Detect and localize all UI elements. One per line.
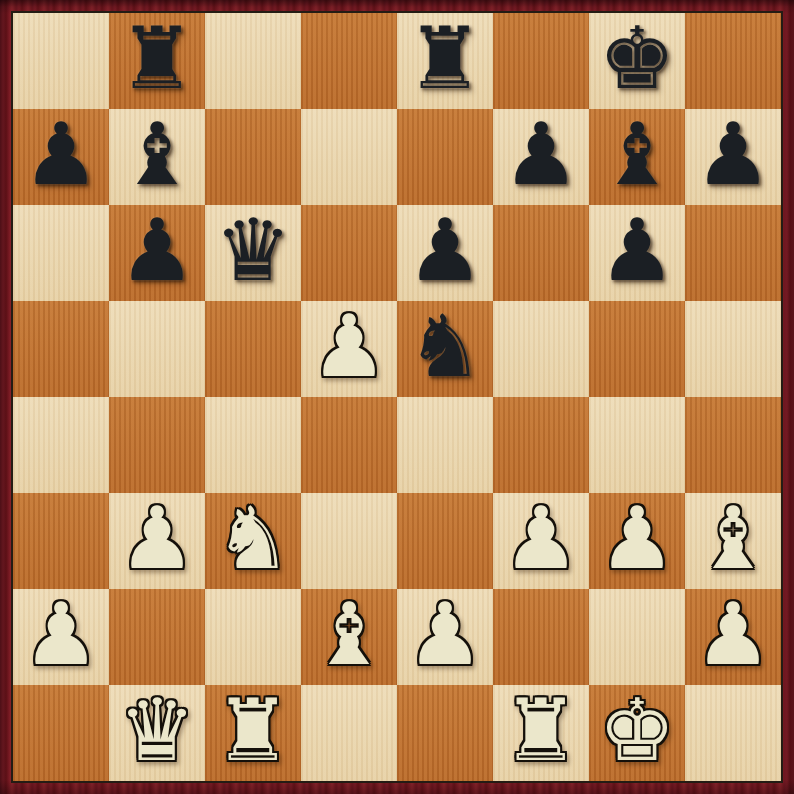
- square-b7[interactable]: ♝: [109, 109, 205, 205]
- square-h1[interactable]: [685, 685, 781, 781]
- square-b6[interactable]: ♟: [109, 205, 205, 301]
- square-e7[interactable]: [397, 109, 493, 205]
- square-a4[interactable]: [13, 397, 109, 493]
- square-e1[interactable]: [397, 685, 493, 781]
- square-b4[interactable]: [109, 397, 205, 493]
- square-e4[interactable]: [397, 397, 493, 493]
- white-pawn-a2[interactable]: ♟: [22, 591, 99, 677]
- square-c4[interactable]: [205, 397, 301, 493]
- white-bishop-d2[interactable]: ♝: [310, 591, 387, 677]
- square-b8[interactable]: ♜: [109, 13, 205, 109]
- square-c6[interactable]: ♛: [205, 205, 301, 301]
- square-c8[interactable]: [205, 13, 301, 109]
- black-rook-b8[interactable]: ♜: [118, 15, 195, 101]
- square-a1[interactable]: [13, 685, 109, 781]
- square-f5[interactable]: [493, 301, 589, 397]
- square-b5[interactable]: [109, 301, 205, 397]
- board-frame: ♜♜♚♟♝♟♝♟♟♛♟♟♟♞♟♞♟♟♝♟♝♟♟♛♜♜♚: [0, 0, 794, 794]
- square-b2[interactable]: [109, 589, 205, 685]
- black-pawn-b6[interactable]: ♟: [118, 207, 195, 293]
- square-b3[interactable]: ♟: [109, 493, 205, 589]
- square-g4[interactable]: [589, 397, 685, 493]
- square-d5[interactable]: ♟: [301, 301, 397, 397]
- square-d6[interactable]: [301, 205, 397, 301]
- square-d3[interactable]: [301, 493, 397, 589]
- square-a7[interactable]: ♟: [13, 109, 109, 205]
- square-f1[interactable]: ♜: [493, 685, 589, 781]
- square-e6[interactable]: ♟: [397, 205, 493, 301]
- chess-board: ♜♜♚♟♝♟♝♟♟♛♟♟♟♞♟♞♟♟♝♟♝♟♟♛♜♜♚: [11, 11, 783, 783]
- square-h8[interactable]: [685, 13, 781, 109]
- black-queen-c6[interactable]: ♛: [214, 207, 291, 293]
- square-g8[interactable]: ♚: [589, 13, 685, 109]
- square-d1[interactable]: [301, 685, 397, 781]
- white-pawn-f3[interactable]: ♟: [502, 495, 579, 581]
- square-e3[interactable]: [397, 493, 493, 589]
- white-pawn-d5[interactable]: ♟: [310, 303, 387, 389]
- square-h3[interactable]: ♝: [685, 493, 781, 589]
- square-c2[interactable]: [205, 589, 301, 685]
- black-king-g8[interactable]: ♚: [598, 15, 675, 101]
- square-b1[interactable]: ♛: [109, 685, 205, 781]
- black-pawn-a7[interactable]: ♟: [22, 111, 99, 197]
- square-g7[interactable]: ♝: [589, 109, 685, 205]
- white-knight-c3[interactable]: ♞: [214, 495, 291, 581]
- square-a2[interactable]: ♟: [13, 589, 109, 685]
- square-g2[interactable]: [589, 589, 685, 685]
- black-knight-e5[interactable]: ♞: [406, 303, 483, 389]
- white-pawn-e2[interactable]: ♟: [406, 591, 483, 677]
- black-pawn-g6[interactable]: ♟: [598, 207, 675, 293]
- square-a5[interactable]: [13, 301, 109, 397]
- square-f4[interactable]: [493, 397, 589, 493]
- black-bishop-g7[interactable]: ♝: [598, 111, 675, 197]
- square-d4[interactable]: [301, 397, 397, 493]
- square-e2[interactable]: ♟: [397, 589, 493, 685]
- square-e5[interactable]: ♞: [397, 301, 493, 397]
- square-g1[interactable]: ♚: [589, 685, 685, 781]
- black-pawn-f7[interactable]: ♟: [502, 111, 579, 197]
- square-d7[interactable]: [301, 109, 397, 205]
- white-queen-b1[interactable]: ♛: [118, 687, 195, 773]
- square-h2[interactable]: ♟: [685, 589, 781, 685]
- square-c1[interactable]: ♜: [205, 685, 301, 781]
- square-a6[interactable]: [13, 205, 109, 301]
- square-c3[interactable]: ♞: [205, 493, 301, 589]
- square-d2[interactable]: ♝: [301, 589, 397, 685]
- black-bishop-b7[interactable]: ♝: [118, 111, 195, 197]
- square-f3[interactable]: ♟: [493, 493, 589, 589]
- square-g5[interactable]: [589, 301, 685, 397]
- square-e8[interactable]: ♜: [397, 13, 493, 109]
- black-rook-e8[interactable]: ♜: [406, 15, 483, 101]
- square-c5[interactable]: [205, 301, 301, 397]
- square-g3[interactable]: ♟: [589, 493, 685, 589]
- square-f7[interactable]: ♟: [493, 109, 589, 205]
- black-pawn-e6[interactable]: ♟: [406, 207, 483, 293]
- square-a3[interactable]: [13, 493, 109, 589]
- square-c7[interactable]: [205, 109, 301, 205]
- square-g6[interactable]: ♟: [589, 205, 685, 301]
- square-h7[interactable]: ♟: [685, 109, 781, 205]
- square-h5[interactable]: [685, 301, 781, 397]
- square-h4[interactable]: [685, 397, 781, 493]
- square-a8[interactable]: [13, 13, 109, 109]
- white-bishop-h3[interactable]: ♝: [694, 495, 771, 581]
- square-f8[interactable]: [493, 13, 589, 109]
- white-king-g1[interactable]: ♚: [598, 687, 675, 773]
- square-f6[interactable]: [493, 205, 589, 301]
- square-h6[interactable]: [685, 205, 781, 301]
- square-f2[interactable]: [493, 589, 589, 685]
- black-pawn-h7[interactable]: ♟: [694, 111, 771, 197]
- white-pawn-g3[interactable]: ♟: [598, 495, 675, 581]
- white-pawn-b3[interactable]: ♟: [118, 495, 195, 581]
- white-pawn-h2[interactable]: ♟: [694, 591, 771, 677]
- white-rook-f1[interactable]: ♜: [502, 687, 579, 773]
- white-rook-c1[interactable]: ♜: [214, 687, 291, 773]
- square-d8[interactable]: [301, 13, 397, 109]
